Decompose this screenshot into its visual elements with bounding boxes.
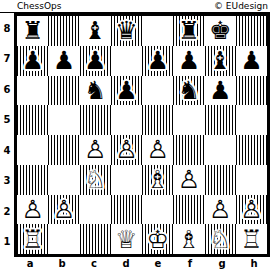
square-c8[interactable]: ♝ bbox=[80, 16, 111, 46]
piece-white-pawn-d4[interactable]: ♙ bbox=[115, 137, 137, 162]
square-a1[interactable]: ♖ bbox=[17, 224, 48, 254]
title-bar: ChessOps © EUdesign bbox=[0, 0, 270, 13]
file-label-b: b bbox=[46, 257, 78, 270]
square-f4[interactable] bbox=[173, 135, 204, 165]
piece-white-rook-h1[interactable]: ♖ bbox=[240, 227, 262, 252]
piece-black-bishop-g7[interactable]: ♝ bbox=[209, 48, 231, 73]
piece-black-knight-c6[interactable]: ♞ bbox=[84, 78, 106, 103]
piece-black-rook-f8[interactable]: ♜ bbox=[178, 18, 200, 43]
file-label-g: g bbox=[206, 257, 238, 270]
square-d1[interactable]: ♕ bbox=[111, 224, 142, 254]
square-a3[interactable] bbox=[17, 165, 48, 195]
square-e7[interactable]: ♟ bbox=[142, 46, 173, 76]
piece-white-pawn-g2[interactable]: ♙ bbox=[209, 197, 231, 222]
square-e8[interactable] bbox=[142, 16, 173, 46]
app-title: ChessOps bbox=[17, 1, 61, 11]
square-d5[interactable] bbox=[111, 105, 142, 135]
square-e6[interactable] bbox=[142, 76, 173, 106]
square-d8[interactable]: ♛ bbox=[111, 16, 142, 46]
piece-black-pawn-d6[interactable]: ♟ bbox=[115, 78, 137, 103]
square-b6[interactable] bbox=[48, 76, 79, 106]
piece-white-queen-d1[interactable]: ♕ bbox=[115, 227, 137, 252]
square-h4[interactable] bbox=[236, 135, 267, 165]
square-a7[interactable]: ♟ bbox=[17, 46, 48, 76]
file-label-c: c bbox=[78, 257, 110, 270]
square-g6[interactable]: ♟ bbox=[205, 76, 236, 106]
piece-black-king-g8[interactable]: ♚ bbox=[209, 18, 231, 43]
square-a2[interactable]: ♙ bbox=[17, 195, 48, 225]
square-e3[interactable]: ♗ bbox=[142, 165, 173, 195]
square-g5[interactable] bbox=[205, 105, 236, 135]
rank-label-7: 7 bbox=[0, 44, 14, 75]
piece-black-pawn-g6[interactable]: ♟ bbox=[209, 78, 231, 103]
square-f6[interactable]: ♞ bbox=[173, 76, 204, 106]
piece-white-pawn-f3[interactable]: ♙ bbox=[178, 167, 200, 192]
square-g1[interactable]: ♘ bbox=[205, 224, 236, 254]
square-b3[interactable] bbox=[48, 165, 79, 195]
square-e4[interactable]: ♙ bbox=[142, 135, 173, 165]
square-e1[interactable]: ♔ bbox=[142, 224, 173, 254]
square-f8[interactable]: ♜ bbox=[173, 16, 204, 46]
square-f5[interactable] bbox=[173, 105, 204, 135]
piece-black-pawn-b7[interactable]: ♟ bbox=[53, 48, 75, 73]
file-label-f: f bbox=[174, 257, 206, 270]
rank-label-6: 6 bbox=[0, 74, 14, 105]
square-h2[interactable]: ♙ bbox=[236, 195, 267, 225]
square-h6[interactable] bbox=[236, 76, 267, 106]
square-c6[interactable]: ♞ bbox=[80, 76, 111, 106]
piece-white-rook-a1[interactable]: ♖ bbox=[21, 227, 43, 252]
square-f2[interactable] bbox=[173, 195, 204, 225]
square-c4[interactable]: ♙ bbox=[80, 135, 111, 165]
square-d6[interactable]: ♟ bbox=[111, 76, 142, 106]
square-g3[interactable] bbox=[205, 165, 236, 195]
file-labels: abcdefgh bbox=[14, 257, 270, 270]
square-d2[interactable] bbox=[111, 195, 142, 225]
square-a6[interactable] bbox=[17, 76, 48, 106]
square-d7[interactable] bbox=[111, 46, 142, 76]
square-c7[interactable]: ♟ bbox=[80, 46, 111, 76]
copyright-label: © EUdesign bbox=[214, 1, 268, 11]
piece-black-pawn-c7[interactable]: ♟ bbox=[84, 48, 106, 73]
piece-black-pawn-f7[interactable]: ♟ bbox=[178, 48, 200, 73]
square-c3[interactable]: ♘ bbox=[80, 165, 111, 195]
square-c1[interactable] bbox=[80, 224, 111, 254]
square-h1[interactable]: ♖ bbox=[236, 224, 267, 254]
rank-label-8: 8 bbox=[0, 13, 14, 44]
square-g8[interactable]: ♚ bbox=[205, 16, 236, 46]
rank-label-4: 4 bbox=[0, 135, 14, 166]
piece-white-pawn-h2[interactable]: ♙ bbox=[240, 197, 262, 222]
piece-black-knight-f6[interactable]: ♞ bbox=[178, 78, 200, 103]
piece-black-bishop-c8[interactable]: ♝ bbox=[84, 18, 106, 43]
piece-white-bishop-e3[interactable]: ♗ bbox=[146, 167, 168, 192]
piece-white-pawn-c4[interactable]: ♙ bbox=[84, 137, 106, 162]
square-b8[interactable] bbox=[48, 16, 79, 46]
piece-black-pawn-h7[interactable]: ♟ bbox=[240, 48, 262, 73]
file-label-d: d bbox=[110, 257, 142, 270]
square-a8[interactable]: ♜ bbox=[17, 16, 48, 46]
square-h5[interactable] bbox=[236, 105, 267, 135]
rank-label-1: 1 bbox=[0, 227, 14, 258]
square-h3[interactable] bbox=[236, 165, 267, 195]
piece-black-rook-a8[interactable]: ♜ bbox=[21, 18, 43, 43]
piece-white-pawn-b2[interactable]: ♙ bbox=[53, 197, 75, 222]
square-g4[interactable] bbox=[205, 135, 236, 165]
square-e2[interactable] bbox=[142, 195, 173, 225]
file-label-h: h bbox=[238, 257, 270, 270]
piece-white-knight-c3[interactable]: ♘ bbox=[84, 167, 106, 192]
piece-white-pawn-a2[interactable]: ♙ bbox=[21, 197, 43, 222]
piece-black-pawn-e7[interactable]: ♟ bbox=[146, 48, 168, 73]
square-g7[interactable]: ♝ bbox=[205, 46, 236, 76]
piece-black-queen-d8[interactable]: ♛ bbox=[115, 18, 137, 43]
square-b2[interactable]: ♙ bbox=[48, 195, 79, 225]
square-g2[interactable]: ♙ bbox=[205, 195, 236, 225]
piece-white-knight-g1[interactable]: ♘ bbox=[209, 227, 231, 252]
square-b1[interactable] bbox=[48, 224, 79, 254]
chess-board: ♜♝♛♜♚♟♟♟♟♟♝♟♞♟♞♟♙♙♙♘♗♙♙♙♙♙♖♕♔♗♘♖ bbox=[14, 13, 270, 257]
square-c5[interactable] bbox=[80, 105, 111, 135]
chessops-window: ChessOps © EUdesign 87654321 ♜♝♛♜♚♟♟♟♟♟♝… bbox=[0, 0, 270, 270]
piece-white-bishop-f1[interactable]: ♗ bbox=[178, 227, 200, 252]
square-b5[interactable] bbox=[48, 105, 79, 135]
square-f3[interactable]: ♙ bbox=[173, 165, 204, 195]
piece-black-pawn-a7[interactable]: ♟ bbox=[21, 48, 43, 73]
piece-white-pawn-e4[interactable]: ♙ bbox=[146, 137, 168, 162]
square-a4[interactable] bbox=[17, 135, 48, 165]
rank-label-5: 5 bbox=[0, 105, 14, 136]
square-d3[interactable] bbox=[111, 165, 142, 195]
square-f1[interactable]: ♗ bbox=[173, 224, 204, 254]
square-b4[interactable] bbox=[48, 135, 79, 165]
square-b7[interactable]: ♟ bbox=[48, 46, 79, 76]
square-d4[interactable]: ♙ bbox=[111, 135, 142, 165]
rank-label-2: 2 bbox=[0, 196, 14, 227]
square-f7[interactable]: ♟ bbox=[173, 46, 204, 76]
rank-label-3: 3 bbox=[0, 166, 14, 197]
square-a5[interactable] bbox=[17, 105, 48, 135]
piece-white-king-e1[interactable]: ♔ bbox=[146, 227, 168, 252]
file-label-e: e bbox=[142, 257, 174, 270]
square-e5[interactable] bbox=[142, 105, 173, 135]
file-label-a: a bbox=[14, 257, 46, 270]
square-h7[interactable]: ♟ bbox=[236, 46, 267, 76]
board-area: 87654321 ♜♝♛♜♚♟♟♟♟♟♝♟♞♟♞♟♙♙♙♘♗♙♙♙♙♙♖♕♔♗♘… bbox=[0, 13, 270, 257]
square-c2[interactable] bbox=[80, 195, 111, 225]
square-h8[interactable] bbox=[236, 16, 267, 46]
rank-labels: 87654321 bbox=[0, 13, 14, 257]
